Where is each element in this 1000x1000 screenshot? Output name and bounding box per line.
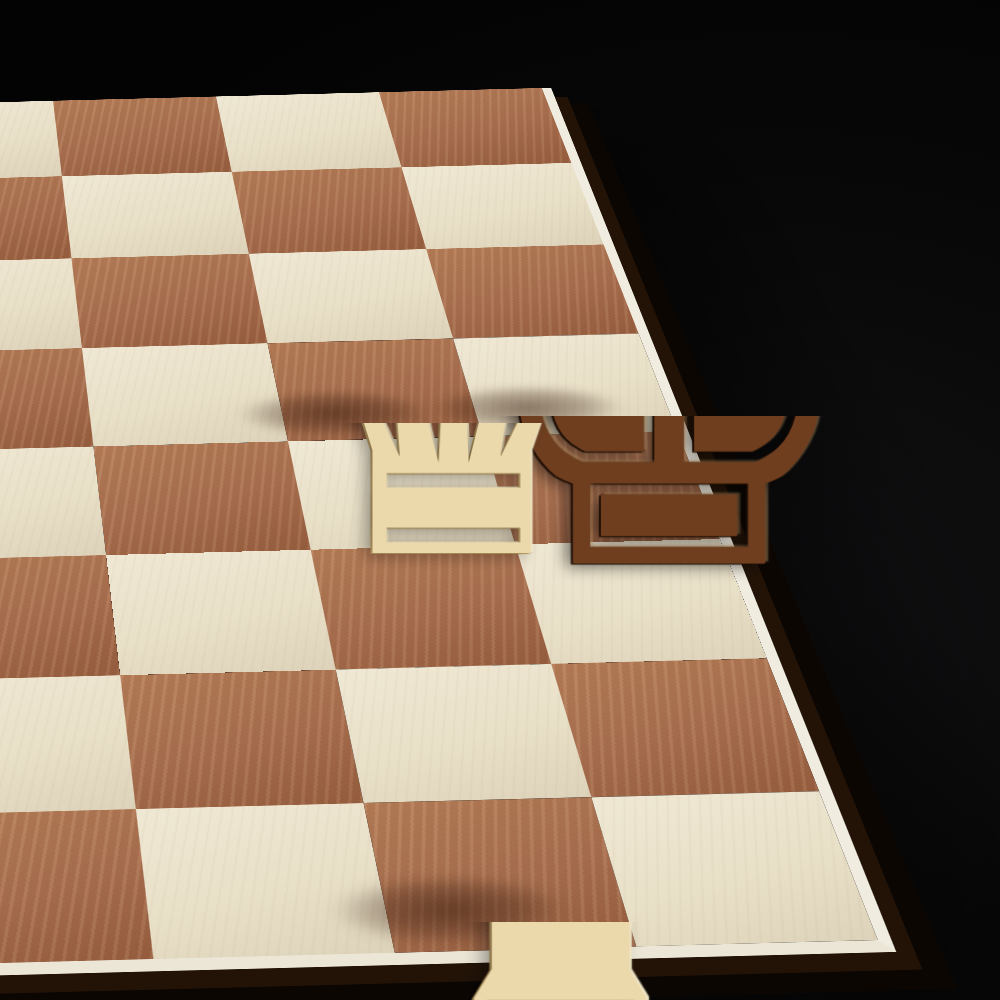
square-h1 <box>591 791 877 946</box>
square-h8 <box>379 88 571 167</box>
square-e5 <box>0 348 93 452</box>
square-h6 <box>426 244 638 338</box>
square-h2 <box>551 658 819 797</box>
square-f8 <box>53 96 232 176</box>
square-f7 <box>62 172 249 259</box>
square-e6 <box>0 258 82 353</box>
square-h7 <box>402 163 604 249</box>
square-f3 <box>106 550 336 676</box>
square-h4 <box>483 431 720 544</box>
square-e4 <box>0 447 106 561</box>
photo-backdrop: ♛♚♜ <box>0 0 1000 1000</box>
square-e1 <box>0 809 153 965</box>
square-h3 <box>515 539 767 664</box>
square-g1: ♜ <box>364 797 637 953</box>
square-e7 <box>0 176 71 263</box>
square-g4 <box>288 436 515 549</box>
square-h5: ♚ <box>453 334 677 437</box>
square-g5: ♛ <box>268 338 483 441</box>
square-e2 <box>0 675 136 815</box>
square-e3 <box>0 555 120 681</box>
square-e8 <box>0 101 62 181</box>
square-f4 <box>93 441 310 555</box>
square-g2 <box>336 664 592 803</box>
square-f6 <box>71 254 267 348</box>
square-f5 <box>82 343 288 446</box>
square-f2 <box>120 670 363 809</box>
square-g3 <box>311 544 552 669</box>
square-g6 <box>249 249 453 343</box>
chess-board: ♛♚♜ <box>0 88 896 1000</box>
square-g8 <box>216 92 402 172</box>
square-f1 <box>136 803 395 959</box>
square-g7 <box>232 167 426 253</box>
